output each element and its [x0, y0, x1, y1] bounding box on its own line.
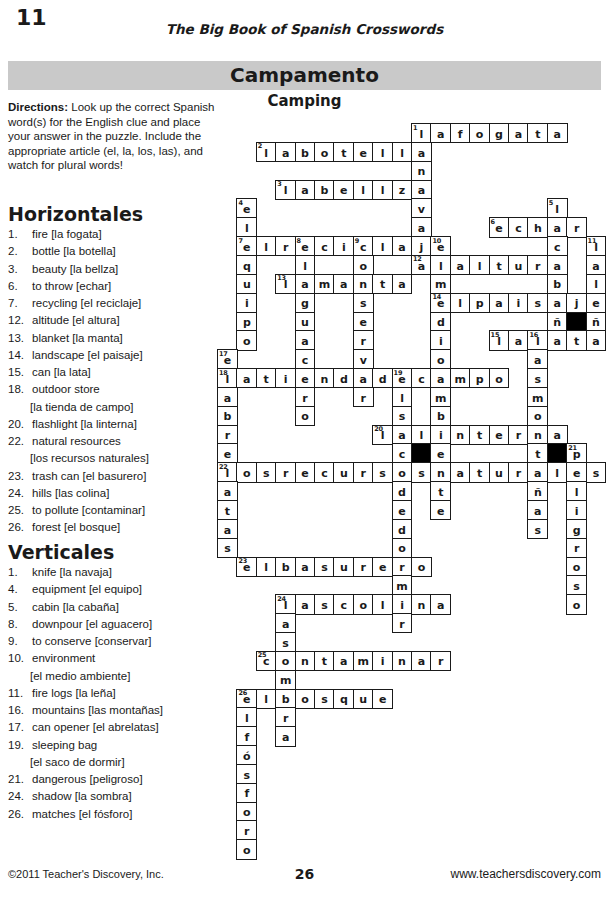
cell-letter: a — [495, 298, 502, 309]
grid-cell[interactable]: i — [430, 330, 451, 350]
cell-letter: o — [398, 468, 406, 479]
grid-cell[interactable]: a — [411, 180, 432, 200]
grid-cell[interactable]: r — [392, 557, 413, 577]
grid-cell[interactable]: h — [527, 217, 548, 237]
grid-cell[interactable]: l — [430, 255, 451, 275]
grid-cell[interactable]: c — [392, 443, 413, 463]
clue-item-number: 4. — [8, 583, 32, 600]
grid-cell[interactable]: o — [489, 368, 510, 388]
grid-cell[interactable]: p — [469, 368, 490, 388]
grid-cell[interactable]: u — [353, 689, 374, 709]
grid-cell[interactable]: j — [566, 293, 587, 313]
grid-cell[interactable]: s — [314, 689, 335, 709]
grid-cell[interactable]: l — [411, 425, 432, 445]
grid-cell[interactable]: e — [353, 312, 374, 332]
grid-cell[interactable]: r — [508, 462, 529, 482]
grid-cell[interactable]: s — [527, 368, 548, 388]
grid-cell[interactable]: 19e — [392, 368, 413, 388]
black-cell[interactable] — [547, 443, 568, 463]
cell-letter: a — [243, 374, 250, 385]
grid-cell[interactable]: m — [430, 274, 451, 294]
grid-cell[interactable]: a — [295, 180, 316, 200]
grid-cell[interactable]: s — [527, 293, 548, 313]
grid-cell[interactable]: 8e — [295, 236, 316, 256]
grid-cell[interactable]: 7e — [236, 236, 257, 256]
grid-cell[interactable]: i — [372, 651, 393, 671]
grid-cell[interactable]: r — [566, 538, 587, 558]
grid-cell[interactable]: r — [275, 236, 296, 256]
grid-cell[interactable]: 15l — [489, 330, 510, 350]
grid-cell[interactable]: e — [489, 425, 510, 445]
grid-cell[interactable]: r — [217, 425, 238, 445]
grid-cell[interactable]: a — [547, 293, 568, 313]
cell-letter: g — [495, 129, 503, 140]
grid-cell[interactable]: t — [527, 443, 548, 463]
grid-cell[interactable]: f — [236, 726, 257, 746]
cell-letter: o — [321, 148, 329, 159]
grid-cell[interactable]: q — [333, 689, 354, 709]
grid-cell[interactable]: c — [314, 236, 335, 256]
grid-cell[interactable]: s — [256, 462, 277, 482]
grid-cell[interactable]: t — [489, 255, 510, 275]
grid-cell[interactable]: o — [236, 839, 257, 859]
cell-letter: a — [554, 430, 561, 441]
cell-letter: t — [535, 129, 540, 140]
grid-cell[interactable]: a — [295, 330, 316, 350]
grid-cell[interactable]: o — [430, 349, 451, 369]
grid-cell[interactable]: l — [547, 462, 568, 482]
cell-letter: a — [418, 185, 425, 196]
clue-item: 6.to throw [echar] — [8, 280, 230, 297]
grid-cell[interactable]: 24l — [275, 594, 296, 614]
clue-item-number: 1. — [8, 228, 32, 245]
grid-cell[interactable]: b — [547, 274, 568, 294]
grid-cell[interactable]: r — [295, 387, 316, 407]
grid-cell[interactable]: a — [527, 349, 548, 369]
cell-letter: t — [477, 468, 482, 479]
black-cell[interactable] — [566, 312, 587, 332]
grid-cell[interactable]: e — [566, 462, 587, 482]
grid-cell[interactable]: a — [489, 293, 510, 313]
grid-cell[interactable]: 4e — [236, 198, 257, 218]
grid-cell[interactable]: m — [430, 387, 451, 407]
grid-cell[interactable]: a — [411, 651, 432, 671]
clue-number-label: 24 — [277, 595, 286, 603]
grid-cell[interactable]: 6e — [489, 217, 510, 237]
grid-cell[interactable]: c — [333, 594, 354, 614]
grid-cell[interactable]: m — [392, 575, 413, 595]
cell-letter: i — [439, 430, 443, 441]
grid-cell[interactable]: v — [353, 349, 374, 369]
grid-cell[interactable]: e — [333, 180, 354, 200]
clue-item-number: 24. — [8, 487, 32, 504]
grid-cell[interactable]: n — [392, 651, 413, 671]
cell-letter: f — [244, 788, 249, 799]
grid-cell[interactable]: l — [256, 689, 277, 709]
grid-cell[interactable]: r — [353, 330, 374, 350]
cell-letter: a — [418, 148, 425, 159]
grid-cell[interactable]: j — [411, 236, 432, 256]
grid-cell[interactable]: n — [411, 161, 432, 181]
grid-cell[interactable]: 17e — [217, 349, 238, 369]
grid-cell[interactable]: l — [392, 387, 413, 407]
grid-cell[interactable]: a — [547, 255, 568, 275]
grid-cell[interactable]: o — [314, 142, 335, 162]
grid-cell[interactable]: f — [450, 123, 471, 143]
cell-letter: s — [535, 374, 542, 385]
grid-cell[interactable]: s — [566, 575, 587, 595]
grid-cell[interactable]: s — [586, 462, 607, 482]
clue-item: 2.bottle [la botella] — [8, 245, 230, 262]
grid-cell[interactable]: a — [508, 123, 529, 143]
grid-cell[interactable]: t — [430, 481, 451, 501]
grid-cell[interactable]: l — [469, 255, 490, 275]
grid-cell[interactable]: a — [295, 557, 316, 577]
grid-cell[interactable]: d — [392, 481, 413, 501]
grid-cell[interactable]: l — [295, 255, 316, 275]
grid-cell[interactable]: g — [295, 293, 316, 313]
cell-letter: o — [534, 411, 542, 422]
grid-cell[interactable]: a — [411, 217, 432, 237]
grid-cell[interactable]: n — [430, 462, 451, 482]
grid-cell[interactable]: 13l — [275, 274, 296, 294]
cell-letter: b — [224, 411, 232, 422]
grid-cell[interactable]: o — [566, 557, 587, 577]
grid-cell[interactable]: a — [508, 330, 529, 350]
cell-letter: o — [243, 336, 251, 347]
grid-cell[interactable]: n — [411, 594, 432, 614]
grid-cell[interactable]: 18l — [217, 368, 238, 388]
grid-cell[interactable]: o — [353, 594, 374, 614]
grid-cell[interactable]: e — [295, 462, 316, 482]
grid-cell[interactable]: n — [314, 368, 335, 388]
grid-cell[interactable]: c — [295, 349, 316, 369]
clue-item-continuation: [la tienda de campo] — [8, 401, 230, 418]
grid-cell[interactable]: l — [450, 293, 471, 313]
cell-letter: a — [515, 336, 522, 347]
grid-cell[interactable]: o — [236, 330, 257, 350]
grid-cell[interactable]: a — [547, 330, 568, 350]
grid-cell[interactable]: r — [566, 217, 587, 237]
grid-cell[interactable]: b — [430, 406, 451, 426]
grid-cell[interactable]: i — [508, 293, 529, 313]
cell-letter: e — [379, 562, 386, 573]
cell-letter: l — [361, 185, 365, 196]
grid-cell[interactable]: e — [217, 443, 238, 463]
grid-cell[interactable]: l — [372, 180, 393, 200]
grid-cell[interactable]: l — [256, 236, 277, 256]
grid-cell[interactable]: 16l — [527, 330, 548, 350]
grid-cell[interactable]: a — [527, 462, 548, 482]
grid-cell[interactable]: a — [411, 142, 432, 162]
grid-cell[interactable]: z — [392, 180, 413, 200]
grid-cell[interactable]: r — [430, 651, 451, 671]
grid-cell[interactable]: 12a — [411, 255, 432, 275]
grid-cell[interactable]: o — [392, 462, 413, 482]
grid-cell[interactable]: c — [314, 462, 335, 482]
grid-cell[interactable]: 1l — [411, 123, 432, 143]
website-link[interactable]: www.teachersdiscovery.com — [451, 867, 602, 881]
grid-cell[interactable]: r — [236, 820, 257, 840]
grid-cell[interactable]: s — [314, 594, 335, 614]
grid-cell[interactable]: e — [392, 500, 413, 520]
grid-cell[interactable]: t — [314, 651, 335, 671]
cell-letter: s — [321, 562, 328, 573]
grid-cell[interactable]: p — [236, 312, 257, 332]
clue-item-number: 19. — [8, 739, 32, 756]
grid-cell[interactable]: a — [586, 330, 607, 350]
grid-cell[interactable]: s — [275, 632, 296, 652]
grid-cell[interactable]: l — [353, 180, 374, 200]
cell-letter: i — [284, 374, 288, 385]
grid-cell[interactable]: n — [450, 425, 471, 445]
grid-cell[interactable]: d — [372, 368, 393, 388]
grid-cell[interactable]: m — [450, 368, 471, 388]
grid-cell[interactable]: t — [333, 142, 354, 162]
grid-cell[interactable]: g — [566, 519, 587, 539]
cell-letter: b — [437, 411, 445, 422]
grid-cell[interactable]: a — [430, 123, 451, 143]
grid-cell[interactable]: e — [372, 557, 393, 577]
grid-cell[interactable]: a — [392, 236, 413, 256]
grid-cell[interactable]: s — [372, 462, 393, 482]
grid-cell[interactable]: l — [566, 481, 587, 501]
grid-cell[interactable]: d — [392, 519, 413, 539]
grid-cell[interactable]: i — [236, 293, 257, 313]
grid-cell[interactable]: o — [353, 255, 374, 275]
grid-cell[interactable]: c — [411, 368, 432, 388]
grid-cell[interactable]: a — [450, 255, 471, 275]
grid-cell[interactable]: p — [469, 293, 490, 313]
clue-item-text: bottle [la botella] — [32, 245, 116, 262]
grid-cell[interactable]: i — [392, 594, 413, 614]
grid-cell[interactable]: b — [295, 142, 316, 162]
grid-cell[interactable]: a — [275, 613, 296, 633]
grid-cell[interactable]: a — [547, 217, 568, 237]
grid-cell[interactable]: a — [333, 651, 354, 671]
grid-cell[interactable]: a — [586, 255, 607, 275]
grid-cell[interactable]: o — [236, 802, 257, 822]
grid-cell[interactable]: a — [275, 726, 296, 746]
grid-cell[interactable]: 3l — [275, 180, 296, 200]
grid-cell[interactable]: a — [392, 425, 413, 445]
grid-cell[interactable]: a — [333, 274, 354, 294]
grid-cell[interactable]: m — [314, 274, 335, 294]
grid-cell[interactable]: t — [469, 425, 490, 445]
clue-item: 7.recycling [el reciclaje] — [8, 297, 230, 314]
cell-letter: o — [243, 468, 251, 479]
cell-letter: e — [495, 430, 502, 441]
grid-cell[interactable]: a — [547, 425, 568, 445]
grid-cell[interactable]: n — [353, 274, 374, 294]
clue-number-label: 11 — [588, 237, 597, 245]
clue-item-text: [el medio ambiente] — [30, 670, 130, 687]
cell-letter: r — [535, 261, 540, 272]
grid-cell[interactable]: r — [353, 462, 374, 482]
grid-cell[interactable]: t — [527, 123, 548, 143]
cell-letter: s — [573, 581, 580, 592]
grid-cell[interactable]: b — [217, 406, 238, 426]
grid-cell[interactable]: c — [547, 236, 568, 256]
grid-cell[interactable]: a — [217, 519, 238, 539]
grid-cell[interactable]: d — [333, 368, 354, 388]
grid-cell[interactable]: i — [430, 425, 451, 445]
grid-cell[interactable]: s — [392, 406, 413, 426]
grid-cell[interactable]: u — [489, 462, 510, 482]
grid-cell[interactable]: 5l — [547, 198, 568, 218]
grid-cell[interactable]: u — [508, 255, 529, 275]
cell-letter: r — [361, 336, 366, 347]
grid-cell[interactable]: r — [275, 707, 296, 727]
grid-cell[interactable]: o — [275, 651, 296, 671]
grid-cell[interactable]: 22l — [217, 462, 238, 482]
grid-cell[interactable]: r — [275, 462, 296, 482]
grid-cell[interactable]: i — [566, 500, 587, 520]
grid-cell[interactable]: o — [295, 406, 316, 426]
grid-cell[interactable]: l — [372, 236, 393, 256]
grid-cell[interactable]: o — [527, 406, 548, 426]
cell-letter: l — [245, 223, 249, 234]
grid-cell[interactable]: n — [527, 425, 548, 445]
cell-letter: a — [301, 185, 308, 196]
grid-cell[interactable]: ñ — [586, 312, 607, 332]
grid-cell[interactable]: 26e — [236, 689, 257, 709]
grid-cell[interactable]: l — [372, 142, 393, 162]
grid-cell[interactable]: i — [275, 368, 296, 388]
grid-cell[interactable]: m — [353, 651, 374, 671]
grid-cell[interactable]: e — [372, 689, 393, 709]
cell-letter: r — [244, 826, 249, 837]
cell-letter: u — [359, 694, 367, 705]
grid-cell[interactable]: ñ — [547, 312, 568, 332]
grid-cell[interactable]: t — [217, 500, 238, 520]
grid-cell[interactable]: 10e — [430, 236, 451, 256]
grid-cell[interactable]: c — [508, 217, 529, 237]
cell-letter: l — [381, 242, 385, 253]
grid-cell[interactable]: o — [411, 557, 432, 577]
grid-cell[interactable]: 2l — [256, 142, 277, 162]
grid-cell[interactable]: a — [275, 142, 296, 162]
grid-cell[interactable]: a — [547, 123, 568, 143]
crossword-grid[interactable]: 1lafogata2labotellan3labellza4ev5lla6ech… — [217, 123, 607, 860]
grid-cell[interactable]: b — [314, 180, 335, 200]
grid-cell[interactable]: a — [217, 481, 238, 501]
grid-cell[interactable]: t — [256, 368, 277, 388]
grid-cell[interactable]: s — [236, 764, 257, 784]
grid-cell[interactable]: ó — [236, 745, 257, 765]
grid-cell[interactable]: s — [527, 519, 548, 539]
grid-cell[interactable]: a — [430, 594, 451, 614]
grid-cell[interactable]: u — [333, 462, 354, 482]
cell-letter: l — [381, 185, 385, 196]
grid-cell[interactable]: l — [256, 557, 277, 577]
grid-cell[interactable]: 9c — [353, 236, 374, 256]
grid-cell[interactable]: 11l — [586, 236, 607, 256]
grid-cell[interactable]: u — [236, 274, 257, 294]
grid-cell[interactable]: m — [527, 387, 548, 407]
grid-cell[interactable]: a — [236, 368, 257, 388]
grid-cell[interactable]: e — [430, 443, 451, 463]
cell-letter: r — [516, 430, 521, 441]
grid-cell[interactable]: r — [508, 425, 529, 445]
grid-cell[interactable]: t — [566, 330, 587, 350]
grid-cell[interactable]: a — [527, 500, 548, 520]
grid-cell[interactable]: a — [392, 274, 413, 294]
grid-cell[interactable]: r — [353, 387, 374, 407]
grid-cell[interactable]: 21p — [566, 443, 587, 463]
grid-cell[interactable]: a — [217, 387, 238, 407]
grid-cell[interactable]: f — [236, 783, 257, 803]
grid-cell[interactable]: s — [217, 538, 238, 558]
grid-cell[interactable]: o — [236, 462, 257, 482]
clue-item-number: 7. — [8, 297, 32, 314]
grid-cell[interactable]: g — [489, 123, 510, 143]
cell-letter: c — [321, 242, 328, 253]
grid-cell[interactable]: 25c — [256, 651, 277, 671]
grid-cell[interactable]: r — [392, 613, 413, 633]
grid-cell[interactable]: r — [353, 557, 374, 577]
grid-cell[interactable]: b — [275, 689, 296, 709]
cell-letter: e — [340, 185, 347, 196]
grid-cell[interactable]: a — [295, 274, 316, 294]
grid-cell[interactable]: l — [236, 707, 257, 727]
grid-cell[interactable]: b — [275, 557, 296, 577]
grid-cell[interactable]: e — [353, 142, 374, 162]
grid-cell[interactable]: l — [586, 274, 607, 294]
grid-cell[interactable]: e — [295, 368, 316, 388]
grid-cell[interactable]: l — [236, 217, 257, 237]
grid-cell[interactable]: s — [314, 557, 335, 577]
grid-cell[interactable]: r — [527, 255, 548, 275]
grid-cell[interactable]: a — [353, 368, 374, 388]
grid-cell[interactable]: u — [333, 557, 354, 577]
grid-cell[interactable]: l — [392, 142, 413, 162]
grid-cell[interactable]: d — [430, 312, 451, 332]
grid-cell[interactable]: m — [275, 670, 296, 690]
grid-cell[interactable]: t — [469, 462, 490, 482]
grid-cell[interactable]: ñ — [527, 481, 548, 501]
grid-cell[interactable]: n — [295, 651, 316, 671]
grid-cell[interactable]: 14e — [430, 293, 451, 313]
clue-item-text: environment — [32, 652, 95, 669]
grid-cell[interactable]: o — [566, 594, 587, 614]
grid-cell[interactable]: s — [353, 293, 374, 313]
cell-letter: l — [478, 261, 482, 272]
grid-cell[interactable]: o — [295, 689, 316, 709]
grid-cell[interactable]: s — [411, 462, 432, 482]
grid-cell[interactable]: a — [295, 594, 316, 614]
clue-item-text: beauty [la bellza] — [32, 263, 118, 280]
cell-letter: u — [301, 317, 309, 328]
grid-cell[interactable]: e — [586, 293, 607, 313]
cell-letter: l — [245, 713, 249, 724]
grid-cell[interactable]: q — [236, 255, 257, 275]
directions-label: Directions: — [8, 101, 68, 113]
grid-cell[interactable]: t — [372, 274, 393, 294]
grid-cell[interactable]: l — [372, 594, 393, 614]
grid-cell[interactable]: 23e — [236, 557, 257, 577]
grid-cell[interactable]: o — [469, 123, 490, 143]
grid-cell[interactable]: u — [295, 312, 316, 332]
grid-cell[interactable]: e — [430, 500, 451, 520]
black-cell[interactable] — [411, 443, 432, 463]
grid-cell[interactable]: a — [450, 462, 471, 482]
grid-cell[interactable]: o — [392, 538, 413, 558]
grid-cell[interactable]: i — [333, 236, 354, 256]
grid-cell[interactable]: a — [430, 368, 451, 388]
grid-cell[interactable]: v — [411, 198, 432, 218]
grid-cell[interactable]: 20l — [372, 425, 393, 445]
